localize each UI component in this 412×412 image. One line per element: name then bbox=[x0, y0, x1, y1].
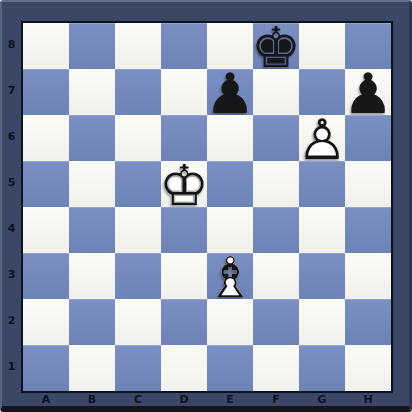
square-b2[interactable] bbox=[69, 299, 115, 345]
file-label-f: F bbox=[253, 393, 299, 406]
square-f6[interactable] bbox=[253, 115, 299, 161]
square-d7[interactable] bbox=[161, 69, 207, 115]
square-a3[interactable] bbox=[23, 253, 69, 299]
file-label-c: C bbox=[115, 393, 161, 406]
square-a5[interactable] bbox=[23, 161, 69, 207]
square-a8[interactable] bbox=[23, 23, 69, 69]
square-e3[interactable]: ♝♗ bbox=[207, 253, 253, 299]
black-king-glyph: ♚ bbox=[253, 25, 299, 71]
square-f4[interactable] bbox=[253, 207, 299, 253]
square-d3[interactable] bbox=[161, 253, 207, 299]
square-f7[interactable] bbox=[253, 69, 299, 115]
square-e5[interactable] bbox=[207, 161, 253, 207]
piece-black-pawn[interactable]: ♟ bbox=[207, 69, 253, 115]
square-a2[interactable] bbox=[23, 299, 69, 345]
rank-label-3: 3 bbox=[2, 251, 21, 297]
square-d1[interactable] bbox=[161, 345, 207, 391]
file-label-b: B bbox=[69, 393, 115, 406]
rank-label-1: 1 bbox=[2, 343, 21, 389]
square-b8[interactable] bbox=[69, 23, 115, 69]
rank-label-8: 8 bbox=[2, 21, 21, 67]
board-frame: ♚♟♟♟♙♚♔♝♗ 87654321 ABCDEFGH bbox=[0, 0, 412, 412]
white-king-outline-glyph: ♔ bbox=[161, 163, 207, 209]
square-c4[interactable] bbox=[115, 207, 161, 253]
file-label-e: E bbox=[207, 393, 253, 406]
square-a1[interactable] bbox=[23, 345, 69, 391]
square-c8[interactable] bbox=[115, 23, 161, 69]
piece-black-pawn[interactable]: ♟ bbox=[345, 69, 391, 115]
square-c5[interactable] bbox=[115, 161, 161, 207]
square-g6[interactable]: ♟♙ bbox=[299, 115, 345, 161]
square-h7[interactable]: ♟ bbox=[345, 69, 391, 115]
square-g8[interactable] bbox=[299, 23, 345, 69]
square-d8[interactable] bbox=[161, 23, 207, 69]
rank-label-7: 7 bbox=[2, 67, 21, 113]
square-b3[interactable] bbox=[69, 253, 115, 299]
square-e6[interactable] bbox=[207, 115, 253, 161]
square-b7[interactable] bbox=[69, 69, 115, 115]
file-label-h: H bbox=[345, 393, 391, 406]
square-f5[interactable] bbox=[253, 161, 299, 207]
square-g2[interactable] bbox=[299, 299, 345, 345]
square-f8[interactable]: ♚ bbox=[253, 23, 299, 69]
square-a4[interactable] bbox=[23, 207, 69, 253]
square-a7[interactable] bbox=[23, 69, 69, 115]
square-f1[interactable] bbox=[253, 345, 299, 391]
square-a6[interactable] bbox=[23, 115, 69, 161]
square-g1[interactable] bbox=[299, 345, 345, 391]
piece-black-king[interactable]: ♚ bbox=[253, 23, 299, 69]
file-label-g: G bbox=[299, 393, 345, 406]
square-c2[interactable] bbox=[115, 299, 161, 345]
square-h5[interactable] bbox=[345, 161, 391, 207]
square-e7[interactable]: ♟ bbox=[207, 69, 253, 115]
square-c3[interactable] bbox=[115, 253, 161, 299]
square-c1[interactable] bbox=[115, 345, 161, 391]
square-h4[interactable] bbox=[345, 207, 391, 253]
rank-label-6: 6 bbox=[2, 113, 21, 159]
square-e2[interactable] bbox=[207, 299, 253, 345]
square-h3[interactable] bbox=[345, 253, 391, 299]
black-pawn-glyph: ♟ bbox=[207, 71, 253, 117]
square-b6[interactable] bbox=[69, 115, 115, 161]
chess-board: ♚♟♟♟♙♚♔♝♗ bbox=[21, 21, 393, 393]
square-g4[interactable] bbox=[299, 207, 345, 253]
square-h6[interactable] bbox=[345, 115, 391, 161]
square-c7[interactable] bbox=[115, 69, 161, 115]
square-d2[interactable] bbox=[161, 299, 207, 345]
square-d5[interactable]: ♚♔ bbox=[161, 161, 207, 207]
square-f3[interactable] bbox=[253, 253, 299, 299]
square-c6[interactable] bbox=[115, 115, 161, 161]
piece-white-king[interactable]: ♚♔ bbox=[161, 161, 207, 207]
square-b4[interactable] bbox=[69, 207, 115, 253]
white-pawn-outline-glyph: ♙ bbox=[299, 117, 345, 163]
black-pawn-glyph: ♟ bbox=[345, 71, 391, 117]
file-label-d: D bbox=[161, 393, 207, 406]
square-g3[interactable] bbox=[299, 253, 345, 299]
square-e1[interactable] bbox=[207, 345, 253, 391]
piece-white-bishop[interactable]: ♝♗ bbox=[207, 253, 253, 299]
square-b1[interactable] bbox=[69, 345, 115, 391]
rank-label-4: 4 bbox=[2, 205, 21, 251]
square-b5[interactable] bbox=[69, 161, 115, 207]
square-h1[interactable] bbox=[345, 345, 391, 391]
square-g5[interactable] bbox=[299, 161, 345, 207]
piece-white-pawn[interactable]: ♟♙ bbox=[299, 115, 345, 161]
rank-label-2: 2 bbox=[2, 297, 21, 343]
square-h2[interactable] bbox=[345, 299, 391, 345]
square-d4[interactable] bbox=[161, 207, 207, 253]
file-label-a: A bbox=[23, 393, 69, 406]
white-bishop-outline-glyph: ♗ bbox=[207, 255, 253, 301]
rank-label-5: 5 bbox=[2, 159, 21, 205]
square-f2[interactable] bbox=[253, 299, 299, 345]
